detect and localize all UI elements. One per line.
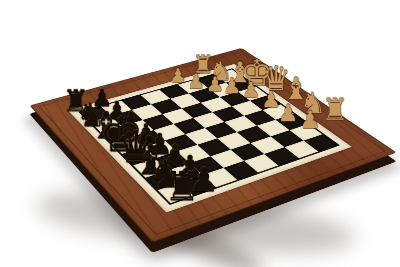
perspective-container xyxy=(0,0,400,267)
square-a8 xyxy=(158,182,194,203)
chess-set-photo: ♜♞♝♚♛♝♞♜♟♟♟♟♟♟♟♟♜♞♝♚♛♝♞♜♟♟♟♟♟♟♟♟ xyxy=(0,0,400,267)
square-b3 xyxy=(250,136,284,154)
square-c7 xyxy=(155,152,189,171)
square-a1 xyxy=(303,134,337,151)
chess-board xyxy=(30,48,397,242)
square-a2 xyxy=(284,141,318,159)
square-b5 xyxy=(210,149,244,167)
square-b2 xyxy=(270,130,303,147)
square-a6 xyxy=(202,168,237,188)
square-b6 xyxy=(189,156,223,175)
square-a3 xyxy=(264,147,298,165)
square-b8 xyxy=(145,170,180,190)
square-c3 xyxy=(237,126,270,143)
square-c8 xyxy=(133,158,167,177)
